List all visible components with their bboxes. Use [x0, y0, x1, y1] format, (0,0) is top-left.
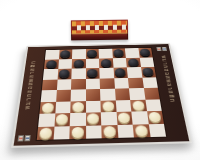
black-checker[interactable]	[113, 49, 124, 57]
black-checker[interactable]	[87, 50, 97, 58]
square-b5[interactable]	[56, 79, 71, 90]
square-g6[interactable]	[127, 67, 142, 78]
square-c7[interactable]	[72, 59, 86, 69]
brand-logo-right	[156, 47, 167, 51]
square-f1[interactable]	[117, 124, 134, 138]
white-checker[interactable]	[132, 100, 145, 110]
brand-logo-left	[18, 135, 31, 141]
white-checker[interactable]	[149, 112, 162, 123]
square-c1[interactable]	[69, 125, 85, 139]
square-h7[interactable]	[139, 57, 154, 67]
square-d7[interactable]	[85, 58, 99, 68]
square-h4[interactable]	[143, 88, 159, 100]
white-checker[interactable]	[56, 114, 68, 125]
brand-logo-chip	[162, 47, 167, 51]
black-checker[interactable]	[101, 59, 112, 67]
square-d6[interactable]	[85, 68, 99, 79]
square-d2[interactable]	[86, 112, 102, 125]
brand-logo-chip	[156, 47, 161, 51]
square-a8[interactable]	[45, 50, 59, 60]
checkers-box	[71, 20, 128, 42]
square-h6[interactable]	[141, 67, 156, 78]
square-g3[interactable]	[130, 99, 146, 111]
square-b7[interactable]	[58, 59, 72, 69]
square-f2[interactable]	[116, 112, 133, 125]
white-checker[interactable]	[103, 126, 116, 137]
square-g1[interactable]	[133, 124, 150, 138]
square-h5[interactable]	[142, 77, 158, 88]
play-area	[37, 48, 166, 140]
square-c5[interactable]	[71, 79, 86, 90]
brand-logo-chip	[24, 135, 30, 141]
white-checker[interactable]	[41, 103, 53, 113]
black-checker[interactable]	[128, 58, 139, 66]
white-checker[interactable]	[87, 113, 99, 124]
square-d4[interactable]	[85, 89, 100, 101]
black-checker[interactable]	[140, 49, 151, 57]
square-d5[interactable]	[85, 78, 100, 89]
square-e4[interactable]	[100, 89, 115, 101]
board-grid	[37, 48, 166, 140]
black-checker[interactable]	[73, 59, 83, 67]
white-checker[interactable]	[135, 125, 148, 136]
square-a5[interactable]	[42, 79, 57, 90]
white-checker[interactable]	[118, 113, 131, 124]
square-c4[interactable]	[71, 89, 86, 101]
square-g4[interactable]	[129, 88, 145, 100]
square-e2[interactable]	[101, 112, 117, 125]
square-a7[interactable]	[44, 59, 59, 69]
square-b8[interactable]	[59, 49, 73, 59]
black-checker[interactable]	[87, 69, 98, 78]
square-d8[interactable]	[85, 49, 98, 59]
square-g8[interactable]	[125, 48, 139, 58]
black-checker[interactable]	[115, 68, 126, 77]
square-f4[interactable]	[114, 88, 130, 100]
checkers-mat: หมากฮอสพลาสติก หมากฮอสพลาสติก	[11, 43, 192, 148]
square-f6[interactable]	[113, 67, 128, 78]
square-f5[interactable]	[114, 78, 129, 89]
photo-backdrop: หมากฮอสพลาสติก หมากฮอสพลาสติก	[0, 0, 200, 160]
white-checker[interactable]	[71, 127, 83, 138]
square-g7[interactable]	[126, 57, 141, 67]
square-c8[interactable]	[72, 49, 85, 59]
square-b2[interactable]	[54, 113, 70, 126]
square-e5[interactable]	[100, 78, 115, 89]
square-g2[interactable]	[131, 111, 148, 124]
square-b1[interactable]	[53, 126, 70, 140]
square-c6[interactable]	[71, 68, 85, 79]
square-e6[interactable]	[99, 68, 113, 79]
square-e3[interactable]	[100, 100, 116, 112]
square-h8[interactable]	[138, 48, 153, 58]
square-b6[interactable]	[57, 69, 72, 80]
mat-title-left: หมากฮอสพลาสติก	[23, 61, 36, 110]
square-a2[interactable]	[38, 113, 55, 126]
square-e8[interactable]	[99, 49, 113, 59]
square-h2[interactable]	[147, 111, 164, 124]
square-a1[interactable]	[37, 126, 54, 140]
square-a3[interactable]	[39, 101, 55, 113]
brand-logo-chip	[18, 135, 24, 141]
square-f3[interactable]	[115, 100, 131, 112]
square-c2[interactable]	[70, 113, 86, 126]
square-f7[interactable]	[112, 58, 126, 68]
checkers-box-lid	[71, 20, 128, 34]
square-h3[interactable]	[145, 99, 162, 111]
mat-title-right: หมากฮอสพลาสติก	[161, 55, 177, 103]
square-a6[interactable]	[43, 69, 58, 80]
square-g5[interactable]	[128, 77, 144, 88]
black-checker[interactable]	[59, 70, 70, 79]
square-a4[interactable]	[41, 90, 57, 102]
black-checker[interactable]	[46, 60, 57, 68]
square-h1[interactable]	[148, 123, 166, 137]
square-d3[interactable]	[85, 100, 100, 112]
square-d1[interactable]	[86, 125, 102, 139]
square-c3[interactable]	[70, 101, 85, 113]
square-e7[interactable]	[99, 58, 113, 68]
black-checker[interactable]	[142, 68, 154, 77]
white-checker[interactable]	[39, 127, 52, 138]
square-f8[interactable]	[112, 48, 126, 58]
black-checker[interactable]	[60, 50, 71, 58]
square-e1[interactable]	[101, 125, 118, 139]
checkers-box-front	[71, 33, 128, 41]
white-checker[interactable]	[102, 101, 114, 111]
square-b4[interactable]	[56, 90, 71, 102]
white-checker[interactable]	[72, 102, 84, 112]
square-b3[interactable]	[55, 101, 71, 113]
